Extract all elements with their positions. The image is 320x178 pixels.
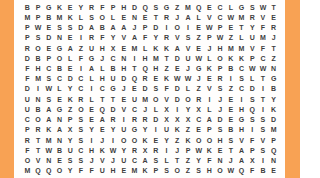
- grid-cell-r4c1[interactable]: P: [22, 33, 33, 43]
- grid-cell-r14c14[interactable]: Y: [161, 135, 172, 145]
- grid-cell-r9c7[interactable]: I: [86, 84, 97, 94]
- grid-cell-r8c15[interactable]: W: [172, 74, 183, 84]
- grid-cell-r3c10[interactable]: A: [118, 22, 129, 32]
- grid-cell-r4c13[interactable]: Y: [150, 33, 161, 43]
- grid-cell-r9c16[interactable]: L: [183, 84, 194, 94]
- grid-cell-r5c9[interactable]: X: [108, 43, 119, 53]
- grid-cell-r16c8[interactable]: V: [97, 156, 108, 166]
- grid-cell-r16c9[interactable]: J: [108, 156, 119, 166]
- grid-cell-r8c1[interactable]: F: [22, 74, 33, 84]
- grid-cell-r6c8[interactable]: J: [97, 53, 108, 63]
- grid-cell-r9c13[interactable]: S: [150, 84, 161, 94]
- grid-cell-r9c19[interactable]: S: [215, 84, 226, 94]
- grid-cell-r7c4[interactable]: B: [54, 63, 65, 73]
- grid-cell-r12c4[interactable]: N: [54, 115, 65, 125]
- grid-cell-r10c10[interactable]: E: [118, 94, 129, 104]
- grid-cell-r12c11[interactable]: R: [129, 115, 140, 125]
- grid-cell-r14c13[interactable]: E: [150, 135, 161, 145]
- grid-cell-r6c17[interactable]: W: [193, 53, 204, 63]
- grid-cell-r16c16[interactable]: Z: [183, 156, 194, 166]
- grid-cell-r16c13[interactable]: S: [150, 156, 161, 166]
- grid-cell-r14c2[interactable]: T: [33, 135, 44, 145]
- grid-cell-r16c19[interactable]: N: [215, 156, 226, 166]
- grid-cell-r2c22[interactable]: R: [247, 12, 258, 22]
- grid-cell-r15c1[interactable]: F: [22, 145, 33, 155]
- grid-cell-r4c4[interactable]: N: [54, 33, 65, 43]
- grid-cell-r13c5[interactable]: X: [65, 125, 76, 135]
- grid-cell-r8c2[interactable]: M: [33, 74, 44, 84]
- grid-cell-r9c1[interactable]: D: [22, 84, 33, 94]
- grid-cell-r2c7[interactable]: S: [86, 12, 97, 22]
- grid-cell-r7c12[interactable]: Q: [140, 63, 151, 73]
- grid-cell-r14c9[interactable]: I: [108, 135, 119, 145]
- grid-cell-r16c2[interactable]: V: [33, 156, 44, 166]
- grid-cell-r10c21[interactable]: I: [236, 94, 247, 104]
- grid-cell-r2c6[interactable]: L: [76, 12, 87, 22]
- grid-cell-r13c9[interactable]: Y: [108, 125, 119, 135]
- grid-cell-r2c4[interactable]: M: [54, 12, 65, 22]
- grid-cell-r1c12[interactable]: Q: [140, 2, 151, 12]
- grid-cell-r17c10[interactable]: E: [118, 166, 129, 176]
- grid-cell-r14c15[interactable]: Z: [172, 135, 183, 145]
- grid-cell-r7c14[interactable]: Z: [161, 63, 172, 73]
- grid-cell-r11c7[interactable]: E: [86, 104, 97, 114]
- grid-cell-r4c8[interactable]: F: [97, 33, 108, 43]
- grid-cell-r14c18[interactable]: O: [204, 135, 215, 145]
- grid-cell-r5c5[interactable]: A: [65, 43, 76, 53]
- grid-cell-r10c18[interactable]: I: [204, 94, 215, 104]
- grid-cell-r15c6[interactable]: C: [76, 145, 87, 155]
- grid-cell-r7c22[interactable]: W: [247, 63, 258, 73]
- grid-cell-r17c22[interactable]: F: [247, 166, 258, 176]
- grid-cell-r7c19[interactable]: P: [215, 63, 226, 73]
- grid-cell-r11c5[interactable]: Z: [65, 104, 76, 114]
- grid-cell-r16c3[interactable]: N: [43, 156, 54, 166]
- grid-cell-r11c1[interactable]: U: [22, 104, 33, 114]
- grid-cell-r13c20[interactable]: B: [225, 125, 236, 135]
- grid-cell-r2c17[interactable]: L: [193, 12, 204, 22]
- grid-cell-r7c3[interactable]: C: [43, 63, 54, 73]
- grid-cell-r15c2[interactable]: T: [33, 145, 44, 155]
- grid-cell-r8c11[interactable]: Q: [129, 74, 140, 84]
- grid-cell-r6c21[interactable]: K: [236, 53, 247, 63]
- grid-cell-r9c17[interactable]: Z: [193, 84, 204, 94]
- grid-cell-r10c1[interactable]: U: [22, 94, 33, 104]
- grid-cell-r13c6[interactable]: S: [76, 125, 87, 135]
- grid-cell-r1c23[interactable]: W: [258, 2, 269, 12]
- grid-cell-r13c3[interactable]: K: [43, 125, 54, 135]
- grid-cell-r2c20[interactable]: W: [225, 12, 236, 22]
- grid-cell-r15c18[interactable]: K: [204, 145, 215, 155]
- grid-cell-r5c4[interactable]: G: [54, 43, 65, 53]
- grid-cell-r9c14[interactable]: F: [161, 84, 172, 94]
- grid-cell-r16c18[interactable]: F: [204, 156, 215, 166]
- grid-cell-r15c4[interactable]: B: [54, 145, 65, 155]
- grid-cell-r12c1[interactable]: C: [22, 115, 33, 125]
- grid-cell-r1c5[interactable]: E: [65, 2, 76, 12]
- grid-cell-r5c7[interactable]: U: [86, 43, 97, 53]
- grid-cell-r2c5[interactable]: K: [65, 12, 76, 22]
- grid-cell-r3c24[interactable]: R: [268, 22, 279, 32]
- grid-cell-r14c5[interactable]: Y: [65, 135, 76, 145]
- grid-cell-r12c5[interactable]: P: [65, 115, 76, 125]
- grid-cell-r12c23[interactable]: S: [258, 115, 269, 125]
- grid-cell-r10c16[interactable]: O: [183, 94, 194, 104]
- grid-cell-r8c10[interactable]: D: [118, 74, 129, 84]
- grid-cell-r3c3[interactable]: E: [43, 22, 54, 32]
- grid-cell-r13c15[interactable]: K: [172, 125, 183, 135]
- grid-cell-r9c20[interactable]: Z: [225, 84, 236, 94]
- grid-cell-r4c10[interactable]: V: [118, 33, 129, 43]
- grid-cell-r5c12[interactable]: L: [140, 43, 151, 53]
- grid-cell-r12c13[interactable]: D: [150, 115, 161, 125]
- grid-cell-r8c16[interactable]: W: [183, 74, 194, 84]
- grid-cell-r6c14[interactable]: T: [161, 53, 172, 63]
- grid-cell-r4c19[interactable]: W: [215, 33, 226, 43]
- grid-cell-r15c5[interactable]: U: [65, 145, 76, 155]
- grid-cell-r14c3[interactable]: M: [43, 135, 54, 145]
- grid-cell-r10c22[interactable]: S: [247, 94, 258, 104]
- grid-cell-r12c3[interactable]: A: [43, 115, 54, 125]
- grid-cell-r17c8[interactable]: U: [97, 166, 108, 176]
- grid-cell-r12c19[interactable]: D: [215, 115, 226, 125]
- grid-cell-r17c24[interactable]: E: [268, 166, 279, 176]
- grid-cell-r9c22[interactable]: D: [247, 84, 258, 94]
- grid-cell-r3c14[interactable]: I: [161, 22, 172, 32]
- grid-cell-r8c4[interactable]: C: [54, 74, 65, 84]
- grid-cell-r11c6[interactable]: O: [76, 104, 87, 114]
- grid-cell-r11c21[interactable]: H: [236, 104, 247, 114]
- grid-cell-r1c8[interactable]: F: [97, 2, 108, 12]
- grid-cell-r13c12[interactable]: Y: [140, 125, 151, 135]
- grid-cell-r11c4[interactable]: G: [54, 104, 65, 114]
- grid-cell-r14c19[interactable]: H: [215, 135, 226, 145]
- grid-cell-r10c23[interactable]: T: [258, 94, 269, 104]
- grid-cell-r1c2[interactable]: P: [33, 2, 44, 12]
- grid-cell-r5c2[interactable]: O: [33, 43, 44, 53]
- grid-cell-r17c18[interactable]: H: [204, 166, 215, 176]
- grid-cell-r14c24[interactable]: P: [268, 135, 279, 145]
- grid-cell-r11c14[interactable]: X: [161, 104, 172, 114]
- grid-cell-r10c11[interactable]: U: [129, 94, 140, 104]
- grid-cell-r5c19[interactable]: H: [215, 43, 226, 53]
- grid-cell-r3c23[interactable]: F: [258, 22, 269, 32]
- grid-cell-r14c23[interactable]: V: [258, 135, 269, 145]
- grid-cell-r1c17[interactable]: Q: [193, 2, 204, 12]
- grid-cell-r5c11[interactable]: M: [129, 43, 140, 53]
- grid-cell-r1c10[interactable]: H: [118, 2, 129, 12]
- grid-cell-r15c14[interactable]: I: [161, 145, 172, 155]
- grid-cell-r11c19[interactable]: J: [215, 104, 226, 114]
- grid-cell-r2c12[interactable]: E: [140, 12, 151, 22]
- grid-cell-r10c12[interactable]: M: [140, 94, 151, 104]
- grid-cell-r3c11[interactable]: J: [129, 22, 140, 32]
- grid-cell-r15c10[interactable]: Y: [118, 145, 129, 155]
- grid-cell-r1c21[interactable]: G: [236, 2, 247, 12]
- grid-cell-r13c7[interactable]: Y: [86, 125, 97, 135]
- grid-cell-r10c15[interactable]: D: [172, 94, 183, 104]
- grid-cell-r7c24[interactable]: N: [268, 63, 279, 73]
- grid-cell-r17c5[interactable]: Y: [65, 166, 76, 176]
- grid-cell-r12c17[interactable]: C: [193, 115, 204, 125]
- grid-cell-r16c5[interactable]: S: [65, 156, 76, 166]
- grid-cell-r7c23[interactable]: W: [258, 63, 269, 73]
- grid-cell-r1c4[interactable]: K: [54, 2, 65, 12]
- grid-cell-r14c11[interactable]: O: [129, 135, 140, 145]
- grid-cell-r9c18[interactable]: V: [204, 84, 215, 94]
- grid-cell-r16c7[interactable]: J: [86, 156, 97, 166]
- grid-cell-r14c16[interactable]: K: [183, 135, 194, 145]
- grid-cell-r11c3[interactable]: A: [43, 104, 54, 114]
- grid-cell-r9c9[interactable]: G: [108, 84, 119, 94]
- grid-cell-r6c24[interactable]: Z: [268, 53, 279, 63]
- grid-cell-r3c9[interactable]: A: [108, 22, 119, 32]
- grid-cell-r12c2[interactable]: O: [33, 115, 44, 125]
- grid-cell-r16c10[interactable]: U: [118, 156, 129, 166]
- grid-cell-r3c19[interactable]: P: [215, 22, 226, 32]
- grid-cell-r17c23[interactable]: B: [258, 166, 269, 176]
- grid-cell-r15c12[interactable]: X: [140, 145, 151, 155]
- grid-cell-r12c7[interactable]: E: [86, 115, 97, 125]
- grid-cell-r2c18[interactable]: V: [204, 12, 215, 22]
- grid-cell-r3c15[interactable]: O: [172, 22, 183, 32]
- grid-cell-r13c22[interactable]: I: [247, 125, 258, 135]
- grid-cell-r13c21[interactable]: H: [236, 125, 247, 135]
- grid-cell-r14c7[interactable]: I: [86, 135, 97, 145]
- grid-cell-r11c17[interactable]: X: [193, 104, 204, 114]
- grid-cell-r17c21[interactable]: Q: [236, 166, 247, 176]
- grid-cell-r6c20[interactable]: K: [225, 53, 236, 63]
- grid-cell-r14c10[interactable]: O: [118, 135, 129, 145]
- grid-cell-r9c3[interactable]: W: [43, 84, 54, 94]
- grid-cell-r17c19[interactable]: O: [215, 166, 226, 176]
- grid-cell-r15c23[interactable]: S: [258, 145, 269, 155]
- grid-cell-r5c6[interactable]: Z: [76, 43, 87, 53]
- grid-cell-r10c14[interactable]: V: [161, 94, 172, 104]
- grid-cell-r11c15[interactable]: I: [172, 104, 183, 114]
- grid-cell-r1c19[interactable]: C: [215, 2, 226, 12]
- grid-cell-r4c3[interactable]: D: [43, 33, 54, 43]
- grid-cell-r3c2[interactable]: W: [33, 22, 44, 32]
- grid-cell-r17c16[interactable]: Z: [183, 166, 194, 176]
- grid-cell-r10c19[interactable]: J: [215, 94, 226, 104]
- grid-cell-r5c15[interactable]: A: [172, 43, 183, 53]
- grid-cell-r11c10[interactable]: V: [118, 104, 129, 114]
- grid-cell-r14c17[interactable]: O: [193, 135, 204, 145]
- grid-cell-r3c20[interactable]: E: [225, 22, 236, 32]
- grid-cell-r7c9[interactable]: B: [108, 63, 119, 73]
- grid-cell-r17c15[interactable]: O: [172, 166, 183, 176]
- grid-cell-r10c20[interactable]: E: [225, 94, 236, 104]
- grid-cell-r3c18[interactable]: W: [204, 22, 215, 32]
- grid-cell-r3c16[interactable]: I: [183, 22, 194, 32]
- grid-cell-r13c10[interactable]: U: [118, 125, 129, 135]
- grid-cell-r16c1[interactable]: O: [22, 156, 33, 166]
- grid-cell-r12c8[interactable]: A: [97, 115, 108, 125]
- grid-cell-r4c11[interactable]: A: [129, 33, 140, 43]
- grid-cell-r3c5[interactable]: S: [65, 22, 76, 32]
- grid-cell-r7c6[interactable]: I: [76, 63, 87, 73]
- grid-cell-r16c4[interactable]: E: [54, 156, 65, 166]
- grid-cell-r7c8[interactable]: L: [97, 63, 108, 73]
- grid-cell-r8c13[interactable]: E: [150, 74, 161, 84]
- grid-cell-r9c2[interactable]: I: [33, 84, 44, 94]
- grid-cell-r2c11[interactable]: N: [129, 12, 140, 22]
- grid-cell-r10c9[interactable]: T: [108, 94, 119, 104]
- grid-cell-r11c24[interactable]: K: [268, 104, 279, 114]
- grid-cell-r16c24[interactable]: N: [268, 156, 279, 166]
- grid-cell-r13c13[interactable]: I: [150, 125, 161, 135]
- grid-cell-r5c23[interactable]: F: [258, 43, 269, 53]
- grid-cell-r1c6[interactable]: Y: [76, 2, 87, 12]
- grid-cell-r10c2[interactable]: N: [33, 94, 44, 104]
- grid-cell-r15c16[interactable]: P: [183, 145, 194, 155]
- grid-cell-r9c5[interactable]: Y: [65, 84, 76, 94]
- grid-cell-r14c20[interactable]: S: [225, 135, 236, 145]
- grid-cell-r15c21[interactable]: A: [236, 145, 247, 155]
- grid-cell-r3c12[interactable]: P: [140, 22, 151, 32]
- grid-cell-r13c2[interactable]: R: [33, 125, 44, 135]
- grid-cell-r17c1[interactable]: M: [22, 166, 33, 176]
- grid-cell-r5c10[interactable]: E: [118, 43, 129, 53]
- grid-cell-r13c18[interactable]: P: [204, 125, 215, 135]
- grid-cell-r15c3[interactable]: W: [43, 145, 54, 155]
- grid-cell-r11c2[interactable]: B: [33, 104, 44, 114]
- grid-cell-r2c2[interactable]: P: [33, 12, 44, 22]
- grid-cell-r5c8[interactable]: H: [97, 43, 108, 53]
- grid-cell-r2c9[interactable]: L: [108, 12, 119, 22]
- grid-cell-r12c10[interactable]: I: [118, 115, 129, 125]
- grid-cell-r4c6[interactable]: I: [76, 33, 87, 43]
- grid-cell-r14c12[interactable]: K: [140, 135, 151, 145]
- grid-cell-r7c15[interactable]: E: [172, 63, 183, 73]
- grid-cell-r16c14[interactable]: L: [161, 156, 172, 166]
- grid-cell-r7c11[interactable]: T: [129, 63, 140, 73]
- grid-cell-r14c4[interactable]: N: [54, 135, 65, 145]
- grid-cell-r1c20[interactable]: L: [225, 2, 236, 12]
- grid-cell-r9c15[interactable]: D: [172, 84, 183, 94]
- grid-cell-r17c12[interactable]: K: [140, 166, 151, 176]
- grid-cell-r3c17[interactable]: E: [193, 22, 204, 32]
- grid-cell-r11c8[interactable]: Q: [97, 104, 108, 114]
- grid-cell-r8c20[interactable]: I: [225, 74, 236, 84]
- grid-cell-r1c18[interactable]: E: [204, 2, 215, 12]
- grid-cell-r5c3[interactable]: E: [43, 43, 54, 53]
- grid-cell-r14c8[interactable]: J: [97, 135, 108, 145]
- grid-cell-r8c23[interactable]: T: [258, 74, 269, 84]
- grid-cell-r9c10[interactable]: J: [118, 84, 129, 94]
- grid-cell-r13c14[interactable]: U: [161, 125, 172, 135]
- grid-cell-r16c15[interactable]: T: [172, 156, 183, 166]
- grid-cell-r13c8[interactable]: E: [97, 125, 108, 135]
- grid-cell-r6c4[interactable]: O: [54, 53, 65, 63]
- grid-cell-r2c10[interactable]: E: [118, 12, 129, 22]
- grid-cell-r6c12[interactable]: H: [140, 53, 151, 63]
- grid-cell-r1c15[interactable]: Z: [172, 2, 183, 12]
- grid-cell-r8c21[interactable]: S: [236, 74, 247, 84]
- grid-cell-r2c1[interactable]: M: [22, 12, 33, 22]
- grid-cell-r15c20[interactable]: T: [225, 145, 236, 155]
- grid-cell-r13c4[interactable]: A: [54, 125, 65, 135]
- grid-cell-r15c7[interactable]: H: [86, 145, 97, 155]
- grid-cell-r8c8[interactable]: H: [97, 74, 108, 84]
- grid-cell-r8c17[interactable]: J: [193, 74, 204, 84]
- grid-cell-r12c21[interactable]: G: [236, 115, 247, 125]
- grid-cell-r7c7[interactable]: A: [86, 63, 97, 73]
- grid-cell-r13c17[interactable]: E: [193, 125, 204, 135]
- grid-cell-r2c24[interactable]: E: [268, 12, 279, 22]
- grid-cell-r8c6[interactable]: C: [76, 74, 87, 84]
- grid-cell-r7c17[interactable]: G: [193, 63, 204, 73]
- grid-cell-r5c21[interactable]: M: [236, 43, 247, 53]
- grid-cell-r3c7[interactable]: A: [86, 22, 97, 32]
- grid-cell-r4c21[interactable]: L: [236, 33, 247, 43]
- grid-cell-r6c15[interactable]: D: [172, 53, 183, 63]
- grid-cell-r3c6[interactable]: D: [76, 22, 87, 32]
- grid-cell-r2c14[interactable]: R: [161, 12, 172, 22]
- grid-cell-r17c20[interactable]: W: [225, 166, 236, 176]
- grid-cell-r6c2[interactable]: B: [33, 53, 44, 63]
- grid-cell-r11c12[interactable]: J: [140, 104, 151, 114]
- grid-cell-r7c20[interactable]: B: [225, 63, 236, 73]
- grid-cell-r15c19[interactable]: E: [215, 145, 226, 155]
- grid-cell-r11c23[interactable]: I: [258, 104, 269, 114]
- grid-cell-r2c19[interactable]: C: [215, 12, 226, 22]
- grid-cell-r8c12[interactable]: R: [140, 74, 151, 84]
- grid-cell-r13c19[interactable]: S: [215, 125, 226, 135]
- grid-cell-r6c10[interactable]: N: [118, 53, 129, 63]
- grid-cell-r16c11[interactable]: C: [129, 156, 140, 166]
- grid-cell-r16c23[interactable]: I: [258, 156, 269, 166]
- grid-cell-r1c3[interactable]: G: [43, 2, 54, 12]
- grid-cell-r6c22[interactable]: P: [247, 53, 258, 63]
- grid-cell-r10c24[interactable]: Y: [268, 94, 279, 104]
- grid-cell-r11c20[interactable]: E: [225, 104, 236, 114]
- grid-cell-r13c24[interactable]: M: [268, 125, 279, 135]
- grid-cell-r15c17[interactable]: W: [193, 145, 204, 155]
- grid-cell-r17c14[interactable]: S: [161, 166, 172, 176]
- grid-cell-r4c12[interactable]: F: [140, 33, 151, 43]
- grid-cell-r9c8[interactable]: C: [97, 84, 108, 94]
- grid-cell-r11c18[interactable]: L: [204, 104, 215, 114]
- grid-cell-r5c22[interactable]: V: [247, 43, 258, 53]
- grid-cell-r3c4[interactable]: S: [54, 22, 65, 32]
- grid-cell-r12c6[interactable]: S: [76, 115, 87, 125]
- grid-cell-r1c13[interactable]: S: [150, 2, 161, 12]
- grid-cell-r9c23[interactable]: I: [258, 84, 269, 94]
- grid-cell-r7c16[interactable]: J: [183, 63, 194, 73]
- grid-cell-r5c20[interactable]: M: [225, 43, 236, 53]
- grid-cell-r10c7[interactable]: L: [86, 94, 97, 104]
- grid-cell-r12c16[interactable]: X: [183, 115, 194, 125]
- grid-cell-r2c21[interactable]: M: [236, 12, 247, 22]
- grid-cell-r6c1[interactable]: D: [22, 53, 33, 63]
- grid-cell-r15c8[interactable]: K: [97, 145, 108, 155]
- grid-cell-r10c13[interactable]: O: [150, 94, 161, 104]
- grid-cell-r14c21[interactable]: V: [236, 135, 247, 145]
- grid-cell-r9c4[interactable]: L: [54, 84, 65, 94]
- grid-cell-r15c13[interactable]: R: [150, 145, 161, 155]
- grid-cell-r6c7[interactable]: G: [86, 53, 97, 63]
- grid-cell-r12c18[interactable]: A: [204, 115, 215, 125]
- grid-cell-r12c12[interactable]: R: [140, 115, 151, 125]
- grid-cell-r10c17[interactable]: R: [193, 94, 204, 104]
- grid-cell-r8c24[interactable]: G: [268, 74, 279, 84]
- grid-cell-r5c14[interactable]: K: [161, 43, 172, 53]
- grid-cell-r8c9[interactable]: U: [108, 74, 119, 84]
- grid-cell-r5c17[interactable]: E: [193, 43, 204, 53]
- grid-cell-r8c5[interactable]: D: [65, 74, 76, 84]
